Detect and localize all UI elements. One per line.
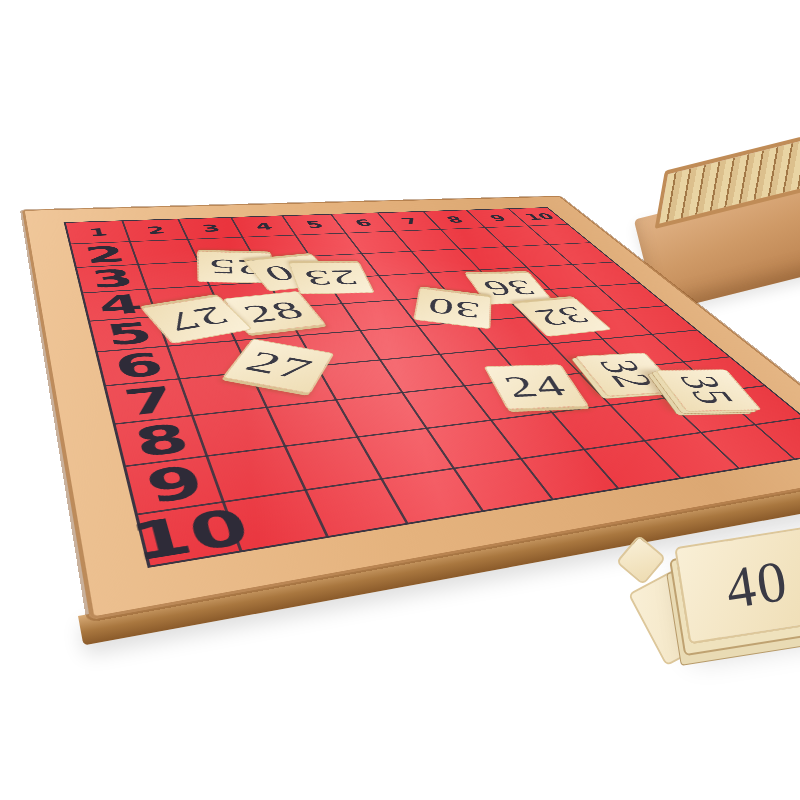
tile-number-label: 35	[667, 375, 748, 405]
number-tile-24[interactable]: 24	[483, 364, 589, 409]
tile-number-label: 32	[587, 358, 668, 390]
loose-tile-40[interactable]: 40	[674, 524, 800, 645]
tile-number-label: 27	[238, 344, 320, 386]
tile-number-label: 40	[721, 546, 793, 622]
number-tile-35[interactable]: 35	[654, 369, 761, 412]
column-label-1: 1	[66, 221, 131, 244]
row-label-10: 10	[138, 502, 244, 569]
scene: 1234567891023456789102530233628273032273…	[0, 0, 800, 800]
column-label-2: 2	[124, 219, 189, 242]
number-tile-32[interactable]: 32	[512, 298, 611, 337]
tile-number-label: 24	[497, 369, 574, 404]
tile-number-label: 32	[525, 302, 598, 332]
number-tile-23[interactable]: 23	[288, 262, 375, 294]
tile-number-label: 23	[300, 266, 363, 291]
tile-number-label: 30	[425, 292, 481, 324]
row-label-2: 2	[71, 242, 139, 268]
row-label-3: 3	[77, 265, 149, 294]
number-tile-27[interactable]: 27	[222, 338, 334, 393]
tile-number-label: 27	[155, 301, 237, 338]
